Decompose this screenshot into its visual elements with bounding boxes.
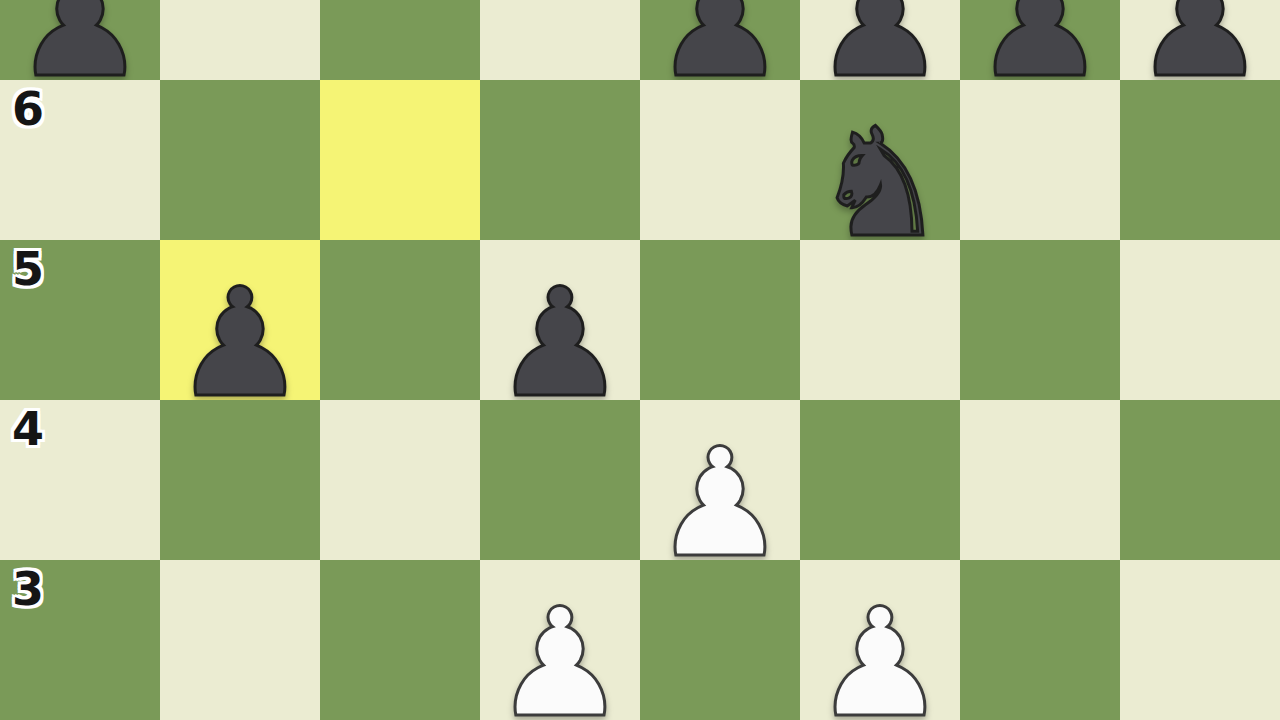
square-b7[interactable] bbox=[160, 0, 320, 80]
square-b6[interactable] bbox=[160, 80, 320, 240]
square-c5[interactable] bbox=[320, 240, 480, 400]
square-d6[interactable] bbox=[480, 80, 640, 240]
square-a3[interactable]: 3 bbox=[0, 560, 160, 720]
black-pawn-d5[interactable]: ♟ bbox=[480, 268, 640, 418]
square-h3[interactable] bbox=[1120, 560, 1280, 720]
white-pawn-d3[interactable]: ♟ bbox=[480, 588, 640, 720]
square-c7[interactable] bbox=[320, 0, 480, 80]
rank-label-3: 3 bbox=[12, 566, 44, 612]
square-f5[interactable] bbox=[800, 240, 960, 400]
square-g4[interactable] bbox=[960, 400, 1120, 560]
square-c6[interactable] bbox=[320, 80, 480, 240]
chess-board: ♟♟♟♟♟6♞5♟♟4♟3♟♟ bbox=[0, 0, 1280, 720]
square-h6[interactable] bbox=[1120, 80, 1280, 240]
square-e6[interactable] bbox=[640, 80, 800, 240]
square-e5[interactable] bbox=[640, 240, 800, 400]
white-pawn-e4[interactable]: ♟ bbox=[640, 428, 800, 578]
square-a6[interactable]: 6 bbox=[0, 80, 160, 240]
square-a4[interactable]: 4 bbox=[0, 400, 160, 560]
square-h5[interactable] bbox=[1120, 240, 1280, 400]
square-d3[interactable]: ♟ bbox=[480, 560, 640, 720]
square-e7[interactable]: ♟ bbox=[640, 0, 800, 80]
square-f6[interactable]: ♞ bbox=[800, 80, 960, 240]
square-d4[interactable] bbox=[480, 400, 640, 560]
square-a5[interactable]: 5 bbox=[0, 240, 160, 400]
white-pawn-f3[interactable]: ♟ bbox=[800, 588, 960, 720]
square-g6[interactable] bbox=[960, 80, 1120, 240]
square-g5[interactable] bbox=[960, 240, 1120, 400]
square-b5[interactable]: ♟ bbox=[160, 240, 320, 400]
square-d7[interactable] bbox=[480, 0, 640, 80]
square-f3[interactable]: ♟ bbox=[800, 560, 960, 720]
rank-label-6: 6 bbox=[12, 86, 44, 132]
black-knight-f6[interactable]: ♞ bbox=[800, 108, 960, 258]
square-f4[interactable] bbox=[800, 400, 960, 560]
square-g3[interactable] bbox=[960, 560, 1120, 720]
square-b4[interactable] bbox=[160, 400, 320, 560]
rank-label-4: 4 bbox=[12, 406, 44, 452]
square-g7[interactable]: ♟ bbox=[960, 0, 1120, 80]
square-h4[interactable] bbox=[1120, 400, 1280, 560]
square-f7[interactable]: ♟ bbox=[800, 0, 960, 80]
chess-board-viewport: ♟♟♟♟♟6♞5♟♟4♟3♟♟ bbox=[0, 0, 1280, 720]
square-h7[interactable]: ♟ bbox=[1120, 0, 1280, 80]
square-b3[interactable] bbox=[160, 560, 320, 720]
square-c3[interactable] bbox=[320, 560, 480, 720]
square-e3[interactable] bbox=[640, 560, 800, 720]
rank-label-5: 5 bbox=[12, 246, 44, 292]
square-c4[interactable] bbox=[320, 400, 480, 560]
square-d5[interactable]: ♟ bbox=[480, 240, 640, 400]
square-e4[interactable]: ♟ bbox=[640, 400, 800, 560]
square-a7[interactable]: ♟ bbox=[0, 0, 160, 80]
black-pawn-b5[interactable]: ♟ bbox=[160, 268, 320, 418]
